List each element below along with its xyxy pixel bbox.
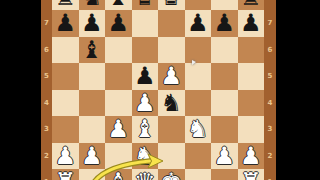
square-f2[interactable]: [185, 143, 212, 170]
square-d4[interactable]: ♟: [132, 90, 159, 117]
piece-wP-h2[interactable]: ♟: [238, 143, 265, 170]
rank-label-3: 3: [41, 116, 52, 143]
piece-bB-b6[interactable]: ♝: [79, 37, 106, 64]
square-e2[interactable]: [158, 143, 185, 170]
square-h5[interactable]: [238, 63, 265, 90]
square-c7[interactable]: ♟: [105, 10, 132, 37]
square-d1[interactable]: ♛: [132, 169, 159, 180]
square-e5[interactable]: ♟: [158, 63, 185, 90]
square-b2[interactable]: ♟: [79, 143, 106, 170]
piece-bK-e8[interactable]: ♚: [158, 0, 185, 10]
piece-wK-e1[interactable]: ♚: [158, 169, 185, 180]
rank-label-8: 8: [264, 0, 276, 10]
square-b5[interactable]: [79, 63, 106, 90]
rank-label-8: 8: [41, 0, 52, 10]
square-b6[interactable]: ♝: [79, 37, 106, 64]
square-d6[interactable]: [132, 37, 159, 64]
square-c2[interactable]: [105, 143, 132, 170]
piece-wP-d4[interactable]: ♟: [132, 90, 159, 117]
square-d7[interactable]: [132, 10, 159, 37]
square-e4[interactable]: ♞: [158, 90, 185, 117]
piece-wP-c3[interactable]: ♟: [105, 116, 132, 143]
square-f7[interactable]: ♟: [185, 10, 212, 37]
rank-label-4: 4: [264, 90, 276, 117]
square-b1[interactable]: [79, 169, 106, 180]
piece-wN-d2[interactable]: ♞: [132, 143, 159, 170]
piece-bP-b7[interactable]: ♟: [79, 10, 106, 37]
square-g6[interactable]: [211, 37, 238, 64]
square-a6[interactable]: [52, 37, 79, 64]
square-h6[interactable]: [238, 37, 265, 64]
screenshot-canvas: 87654321 ♜♞♝♛♚♜♟♟♟♟♟♟♝♟♟♟♞♟♝♞♟♟♞♟♟♜♝♛♚♜ …: [0, 0, 320, 180]
square-g3[interactable]: [211, 116, 238, 143]
piece-wP-e5[interactable]: ♟: [158, 63, 185, 90]
square-h4[interactable]: [238, 90, 265, 117]
square-d2[interactable]: ♞: [132, 143, 159, 170]
square-g7[interactable]: ♟: [211, 10, 238, 37]
mouse-cursor: [192, 60, 196, 65]
piece-bP-c7[interactable]: ♟: [105, 10, 132, 37]
square-d8[interactable]: ♛: [132, 0, 159, 10]
square-a5[interactable]: [52, 63, 79, 90]
square-g4[interactable]: [211, 90, 238, 117]
rank-label-4: 4: [41, 90, 52, 117]
square-e3[interactable]: [158, 116, 185, 143]
square-f6[interactable]: [185, 37, 212, 64]
square-f4[interactable]: [185, 90, 212, 117]
square-c1[interactable]: ♝: [105, 169, 132, 180]
square-c6[interactable]: [105, 37, 132, 64]
rank-label-1: 1: [264, 169, 276, 180]
rank-labels-right: 87654321: [264, 0, 276, 180]
square-f5[interactable]: [185, 63, 212, 90]
piece-bP-a7[interactable]: ♟: [52, 10, 79, 37]
square-f1[interactable]: [185, 169, 212, 180]
piece-wP-b2[interactable]: ♟: [79, 143, 106, 170]
square-h3[interactable]: [238, 116, 265, 143]
square-b7[interactable]: ♟: [79, 10, 106, 37]
square-a2[interactable]: ♟: [52, 143, 79, 170]
square-a4[interactable]: [52, 90, 79, 117]
square-h1[interactable]: ♜: [238, 169, 265, 180]
rank-label-6: 6: [264, 37, 276, 64]
piece-wB-d3[interactable]: ♝: [132, 116, 159, 143]
piece-wR-a1[interactable]: ♜: [52, 169, 79, 180]
squares-grid: ♜♞♝♛♚♜♟♟♟♟♟♟♝♟♟♟♞♟♝♞♟♟♞♟♟♜♝♛♚♜: [52, 0, 264, 180]
rank-labels-left: 87654321: [41, 0, 52, 180]
square-a1[interactable]: ♜: [52, 169, 79, 180]
piece-wP-g2[interactable]: ♟: [211, 143, 238, 170]
piece-wB-c1[interactable]: ♝: [105, 169, 132, 180]
square-g5[interactable]: [211, 63, 238, 90]
square-c5[interactable]: [105, 63, 132, 90]
square-a7[interactable]: ♟: [52, 10, 79, 37]
square-b4[interactable]: [79, 90, 106, 117]
piece-bP-d5[interactable]: ♟: [132, 63, 159, 90]
rank-label-5: 5: [41, 63, 52, 90]
square-e1[interactable]: ♚: [158, 169, 185, 180]
square-h2[interactable]: ♟: [238, 143, 265, 170]
piece-bP-g7[interactable]: ♟: [211, 10, 238, 37]
square-d5[interactable]: ♟: [132, 63, 159, 90]
square-f3[interactable]: ♞: [185, 116, 212, 143]
square-e7[interactable]: [158, 10, 185, 37]
piece-bN-e4[interactable]: ♞: [158, 90, 185, 117]
chess-board: 87654321 ♜♞♝♛♚♜♟♟♟♟♟♟♝♟♟♟♞♟♝♞♟♟♞♟♟♜♝♛♚♜ …: [41, 0, 276, 180]
square-g1[interactable]: [211, 169, 238, 180]
square-a3[interactable]: [52, 116, 79, 143]
square-g2[interactable]: ♟: [211, 143, 238, 170]
piece-wQ-d1[interactable]: ♛: [132, 169, 159, 180]
rank-label-6: 6: [41, 37, 52, 64]
square-e6[interactable]: [158, 37, 185, 64]
rank-label-7: 7: [41, 10, 52, 37]
square-e8[interactable]: ♚: [158, 0, 185, 10]
rank-label-2: 2: [41, 143, 52, 170]
piece-wR-h1[interactable]: ♜: [238, 169, 265, 180]
square-c3[interactable]: ♟: [105, 116, 132, 143]
rank-label-1: 1: [41, 169, 52, 180]
square-c4[interactable]: [105, 90, 132, 117]
rank-label-3: 3: [264, 116, 276, 143]
rank-label-5: 5: [264, 63, 276, 90]
rank-label-2: 2: [264, 143, 276, 170]
square-h7[interactable]: ♟: [238, 10, 265, 37]
square-b3[interactable]: [79, 116, 106, 143]
piece-wP-a2[interactable]: ♟: [52, 143, 79, 170]
piece-bP-f7[interactable]: ♟: [185, 10, 212, 37]
rank-label-7: 7: [264, 10, 276, 37]
square-d3[interactable]: ♝: [132, 116, 159, 143]
piece-bQ-d8[interactable]: ♛: [132, 0, 159, 10]
piece-bP-h7[interactable]: ♟: [238, 10, 265, 37]
piece-wN-f3[interactable]: ♞: [185, 116, 212, 143]
